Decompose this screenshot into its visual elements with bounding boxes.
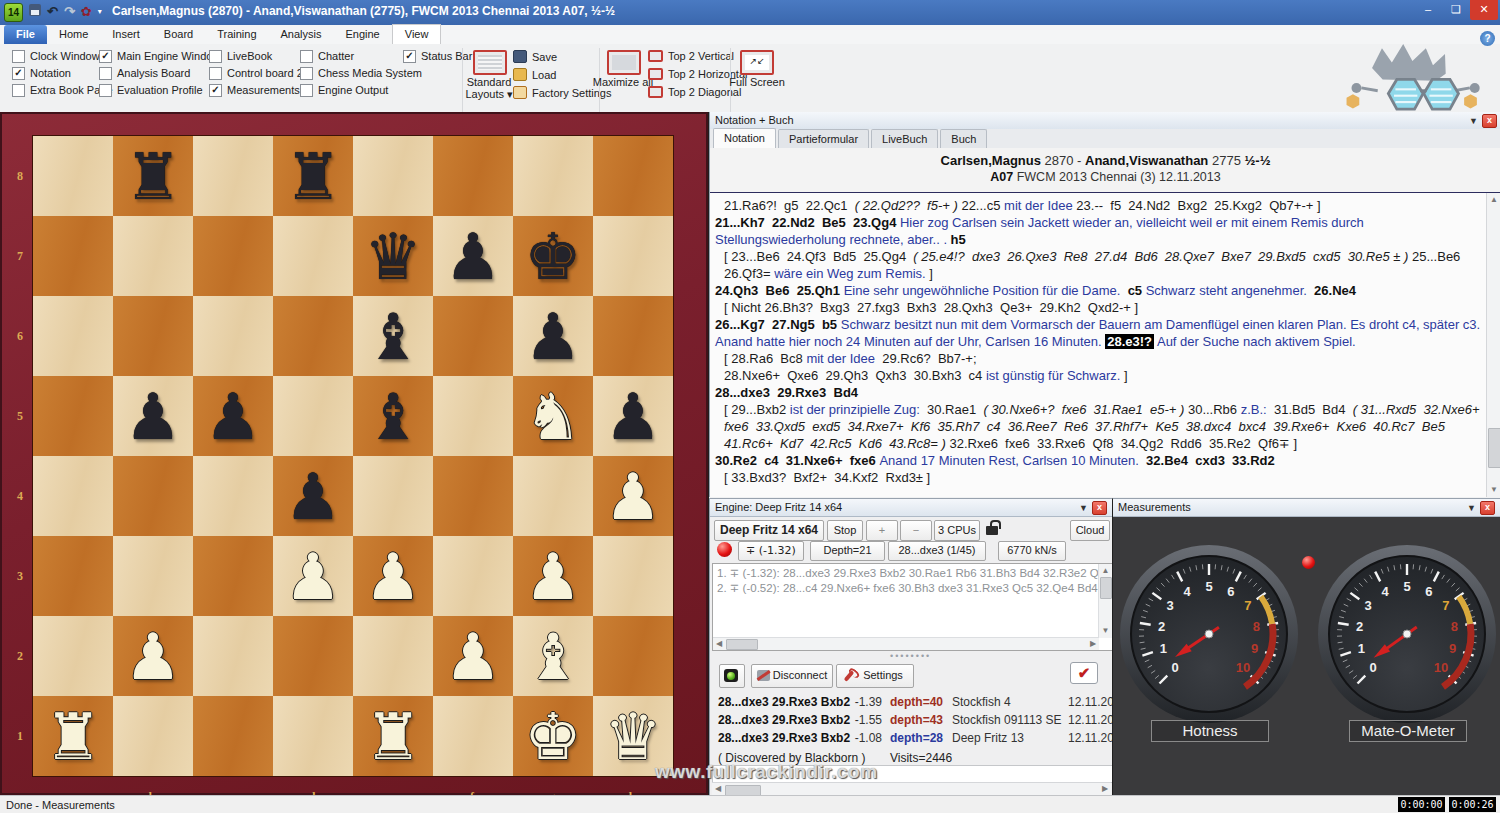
rank-label-4: 4	[13, 489, 27, 504]
text-segment: [ 29...Bxb2	[724, 402, 790, 417]
square-a8[interactable]	[33, 136, 113, 216]
tab-home[interactable]: Home	[47, 25, 100, 44]
square-e4[interactable]	[353, 456, 433, 536]
checkbox-label: Analysis Board	[117, 67, 190, 79]
current-move-button[interactable]: 28...dxe3 (1/45)	[888, 541, 986, 561]
text-segment: 2775	[1212, 153, 1241, 168]
tab-board[interactable]: Board	[152, 25, 205, 44]
svg-text:7: 7	[1442, 598, 1449, 613]
notation-line[interactable]: [ 28.Ra6 Bc8 mit der Idee 29.Rc6? Bb7-+;	[710, 350, 1487, 367]
tab-analysis[interactable]: Analysis	[269, 25, 334, 44]
checkbox-icon[interactable]	[300, 84, 313, 97]
lets-check-led-button[interactable]	[719, 664, 745, 688]
svg-text:2: 2	[1158, 619, 1165, 634]
square-h7[interactable]	[593, 216, 673, 296]
tab-insert[interactable]: Insert	[100, 25, 152, 44]
checkbox-extra-book-pane[interactable]: Extra Book Pane	[12, 84, 113, 96]
panel-dropdown-icon[interactable]: ▼	[1079, 503, 1088, 513]
text-segment: ist günstig für Schwarz.	[986, 368, 1124, 383]
notation-tab-buch[interactable]: Buch	[940, 129, 987, 148]
square-d8[interactable]: ♜	[273, 136, 353, 216]
checkbox-icon[interactable]	[99, 67, 112, 80]
square-h8[interactable]	[593, 136, 673, 216]
notation-line[interactable]: 26...Kg7 27.Ng5 b5 Schwarz besitzt nun m…	[710, 316, 1487, 350]
panel-dropdown-icon[interactable]: ▼	[1469, 116, 1478, 126]
rank-label-1: 1	[13, 729, 27, 744]
notation-line[interactable]: [ 23...Be6 24.Qf3 Bd5 25.Qg4 ( 25.e4!? d…	[710, 248, 1487, 282]
notation-tabs: NotationPartieformularLiveBuchBuch	[710, 129, 1500, 149]
top-2-diagonal-icon	[648, 86, 663, 98]
square-d6[interactable]	[273, 296, 353, 376]
lets-check-row[interactable]: 28...dxe3 29.Rxe3 Bxb2-1.39depth=40Stock…	[712, 695, 1111, 713]
square-f3[interactable]	[433, 536, 513, 616]
square-h3[interactable]	[593, 536, 673, 616]
checkbox-icon[interactable]: ✓	[12, 67, 25, 80]
square-e1[interactable]: ♜	[353, 696, 433, 776]
lc-move: 28...dxe3 29.Rxe3 Bxb2	[718, 695, 850, 709]
checkbox-icon[interactable]	[209, 67, 222, 80]
game-header-players: Carlsen,Magnus 2870 - Anand,Viswanathan …	[710, 153, 1500, 168]
gauge-label: Mate-O-Meter	[1349, 720, 1467, 742]
ribbon-tabs: FileHomeInsertBoardTrainingAnalysisEngin…	[0, 25, 1500, 45]
lc-eval: -1.55	[840, 713, 882, 727]
notation-line[interactable]: 30.Re2 c4 31.Nxe6+ fxe6 Anand 17 Minuten…	[710, 452, 1487, 469]
rank-label-7: 7	[13, 249, 27, 264]
black-queen-e7[interactable]: ♛	[353, 216, 433, 296]
square-g1[interactable]: ♚	[513, 696, 593, 776]
tab-training[interactable]: Training	[205, 25, 268, 44]
text-segment: ( 22.Qd2?? f5-+ )	[855, 198, 962, 213]
notation-line[interactable]: 21.Ra6?! g5 22.Qc1 ( 22.Qd2?? f5-+ ) 22.…	[710, 197, 1487, 214]
engine-output[interactable]: 1. ∓ (-1.32): 28...dxe3 29.Rxe3 Bxb2 30.…	[712, 563, 1113, 651]
checkbox-notation[interactable]: ✓Notation	[12, 67, 71, 79]
chess-board[interactable]: ♜♜♛♟♚♝♟♟♟♝♞♟♟♟♟♟♟♟♟♝♜♜♚♛	[32, 135, 674, 777]
measurements-led-icon	[1302, 556, 1315, 569]
svg-text:5: 5	[1403, 579, 1410, 594]
checkbox-label: Chatter	[318, 50, 354, 62]
white-pawn-d3[interactable]: ♟	[273, 536, 353, 616]
checkbox-label: Notation	[30, 67, 71, 79]
checkbox-icon[interactable]: ✓	[209, 84, 222, 97]
square-f2[interactable]: ♟	[433, 616, 513, 696]
depth-button[interactable]: Depth=21	[810, 541, 885, 561]
square-d4[interactable]: ♟	[273, 456, 353, 536]
white-king-g1[interactable]: ♚	[513, 696, 593, 776]
square-c7[interactable]	[193, 216, 273, 296]
square-h6[interactable]	[593, 296, 673, 376]
svg-text:9: 9	[1449, 641, 1456, 656]
stop-button[interactable]: Stop	[827, 520, 863, 541]
window-controls: – ❏ ✕	[1414, 0, 1498, 20]
text-segment: 26.Ne4	[1314, 283, 1356, 298]
square-h2[interactable]	[593, 616, 673, 696]
text-segment: 29.Rc6? Bb7-+;	[882, 351, 976, 366]
checkbox-chess-media-system[interactable]: Chess Media System	[300, 67, 422, 79]
text-segment: ]	[929, 266, 933, 281]
square-b3[interactable]	[113, 536, 193, 616]
checkbox-control-board-2d[interactable]: Control board 2D	[209, 67, 311, 79]
black-pawn-d4[interactable]: ♟	[273, 456, 353, 536]
cloud-button[interactable]: Cloud	[1070, 520, 1110, 541]
notation-text[interactable]: 21.Ra6?! g5 22.Qc1 ( 22.Qd2?? f5-+ ) 22.…	[710, 193, 1487, 497]
white-knight-g5[interactable]: ♞	[513, 376, 593, 456]
text-segment: 32.Rxe6 fxe6 33.Rxe6 Qf8 34.Qg2 Rdd6 35.…	[949, 436, 1297, 451]
checkbox-icon[interactable]	[12, 84, 25, 97]
text-segment: Auf der Suche nach aktivem Spiel.	[1154, 334, 1356, 349]
square-a7[interactable]	[33, 216, 113, 296]
text-segment: FWCM 2013 Chennai (3) 12.11.2013	[1013, 170, 1221, 184]
black-rook-b8[interactable]: ♜	[113, 136, 193, 216]
black-rook-d8[interactable]: ♜	[273, 136, 353, 216]
checkbox-analysis-board[interactable]: Analysis Board	[99, 67, 190, 79]
disconnect-icon	[757, 670, 770, 681]
checkbox-icon[interactable]	[209, 50, 222, 63]
white-rook-a1[interactable]: ♜	[33, 696, 113, 776]
notation-line[interactable]: [ Nicht 26.Bh3? Bxg3 27.fxg3 Bxh3 28.Qxh…	[710, 299, 1487, 316]
panel-close-icon[interactable]: x	[1092, 501, 1107, 515]
square-a2[interactable]	[33, 616, 113, 696]
square-g2[interactable]: ♝	[513, 616, 593, 696]
svg-text:8: 8	[1253, 619, 1260, 634]
text-segment: c5	[1128, 283, 1146, 298]
black-bishop-e6[interactable]: ♝	[353, 296, 433, 376]
square-e6[interactable]: ♝	[353, 296, 433, 376]
rank-label-3: 3	[13, 569, 27, 584]
text-segment: [ 23...Be6 24.Qf3 Bd5 25.Qg4	[724, 249, 913, 264]
checkbox-measurements[interactable]: ✓Measurements	[209, 84, 300, 96]
square-c2[interactable]	[193, 616, 273, 696]
green-led-icon	[727, 672, 735, 680]
checkbox-icon[interactable]: ✓	[403, 50, 416, 63]
square-g8[interactable]	[513, 136, 593, 216]
square-h4[interactable]: ♟	[593, 456, 673, 536]
text-segment: 21...Kh7 22.Nd2 Be5 23.Qg4	[715, 215, 900, 230]
square-c3[interactable]	[193, 536, 273, 616]
engine-line-2[interactable]: 2. ∓ (-0.52): 28...c4 29.Nxe6+ fxe6 30.B…	[713, 580, 1099, 595]
engine-panel: Engine: Deep Fritz 14 x64 ▼ x Deep Fritz…	[709, 498, 1113, 796]
square-b2[interactable]: ♟	[113, 616, 193, 696]
lc-engine: Stockfish 4	[952, 695, 1011, 709]
notation-tab-notation[interactable]: Notation	[713, 128, 776, 148]
text-segment: 28.Nxe6+ Qxe6 29.Qh3 Qxh3 30.Bxh3 c4	[724, 368, 986, 383]
svg-text:4: 4	[1184, 584, 1192, 599]
square-b4[interactable]	[113, 456, 193, 536]
engine-line-1[interactable]: 1. ∓ (-1.32): 28...dxe3 29.Rxe3 Bxb2 30.…	[713, 565, 1099, 580]
disconnect-button[interactable]: Disconnect	[751, 664, 833, 688]
square-e2[interactable]	[353, 616, 433, 696]
square-f6[interactable]	[433, 296, 513, 376]
lc-engine: Stockfish 091113 SE	[952, 713, 1062, 727]
text-segment: ½-½	[1241, 153, 1271, 168]
white-pawn-b2[interactable]: ♟	[113, 616, 193, 696]
black-pawn-c5[interactable]: ♟	[193, 376, 273, 456]
speed-button[interactable]: 6770 kN/s	[998, 541, 1066, 561]
checkbox-main-engine-window[interactable]: ✓Main Engine Window	[99, 50, 220, 62]
svg-text:10: 10	[1434, 660, 1448, 675]
checkbox-label: Evaluation Profile	[117, 84, 203, 96]
text-segment: 22...c5	[961, 198, 1004, 213]
white-pawn-g3[interactable]: ♟	[513, 536, 593, 616]
top-2-vertical-icon	[648, 50, 663, 62]
text-segment: mit der Idee	[806, 351, 882, 366]
layout-save-button[interactable]: Save	[513, 50, 557, 63]
svg-text:10: 10	[1236, 660, 1250, 675]
square-e8[interactable]	[353, 136, 433, 216]
square-f7[interactable]: ♟	[433, 216, 513, 296]
panel-close-icon[interactable]: x	[1482, 114, 1497, 128]
square-d2[interactable]	[273, 616, 353, 696]
checkbox-icon[interactable]	[300, 67, 313, 80]
text-segment: 2870	[1045, 153, 1074, 168]
notation-scrollbar[interactable]: ▲ ▼	[1486, 193, 1500, 497]
lc-eval: -1.39	[840, 695, 882, 709]
lc-engine: Deep Fritz 13	[952, 731, 1024, 745]
text-segment: ]	[1124, 368, 1128, 383]
square-d7[interactable]	[273, 216, 353, 296]
square-b1[interactable]	[113, 696, 193, 776]
notation-line[interactable]: 21...Kh7 22.Nd2 Be5 23.Qg4 Hier zog Carl…	[710, 214, 1487, 248]
text-segment: 32.Be4 cxd3 33.Rd2	[1146, 453, 1275, 468]
text-segment: 23.-- f5 24.Nd2 Bxg2 25.Kxg2 Qb7+-+ ]	[1076, 198, 1320, 213]
checkbox-evaluation-profile[interactable]: Evaluation Profile	[99, 84, 203, 96]
square-e3[interactable]: ♟	[353, 536, 433, 616]
engine-output-hscroll[interactable]: ◀ ▶	[713, 637, 1099, 650]
square-f4[interactable]	[433, 456, 513, 536]
square-c1[interactable]	[193, 696, 273, 776]
game-header-event: A07 FWCM 2013 Chennai (3) 12.11.2013	[710, 170, 1500, 184]
deep-fritz-window: 14 ↶ ↷ ✿ ▾ Carlsen,Magnus (2870) - Anand…	[0, 0, 1500, 813]
square-f1[interactable]	[433, 696, 513, 776]
square-b5[interactable]: ♟	[113, 376, 193, 456]
checkbox-livebook[interactable]: LiveBook	[209, 50, 272, 62]
black-pawn-b5[interactable]: ♟	[113, 376, 193, 456]
svg-text:4: 4	[1382, 584, 1390, 599]
top-2-horizontal-icon	[648, 68, 663, 80]
square-c8[interactable]	[193, 136, 273, 216]
scroll-up-icon[interactable]: ▲	[1487, 193, 1500, 207]
text-segment: Anand,Viswanathan	[1085, 153, 1212, 168]
checkbox-engine-output[interactable]: Engine Output	[300, 84, 388, 96]
lc-move: 28...dxe3 29.Rxe3 Bxb2	[718, 713, 850, 727]
lc-move: 28...dxe3 29.Rxe3 Bxb2	[718, 731, 850, 745]
checkbox-icon[interactable]	[99, 84, 112, 97]
notation-line[interactable]: 28...dxe3 29.Rxe3 Bd4	[710, 384, 1487, 401]
text-segment: Schwarz steht angenehmer.	[1146, 283, 1314, 298]
square-b6[interactable]	[113, 296, 193, 376]
checkbox-label: Main Engine Window	[117, 50, 220, 62]
tab-file[interactable]: File	[4, 25, 47, 44]
panel-close-icon[interactable]: x	[1480, 501, 1495, 515]
text-segment: 21.Ra6?! g5 22.Qc1	[724, 198, 855, 213]
square-c4[interactable]	[193, 456, 273, 536]
lc-depth: depth=43	[890, 713, 943, 727]
svg-text:6: 6	[1425, 584, 1432, 599]
remove-line-button[interactable]: −	[900, 520, 932, 541]
watermark: www.fullcrackindir.com	[655, 761, 878, 783]
checkbox-chatter[interactable]: Chatter	[300, 50, 354, 62]
close-button[interactable]: ✕	[1470, 0, 1498, 20]
engine-lines: 1. ∓ (-1.32): 28...dxe3 29.Rxe3 Bxb2 30.…	[713, 565, 1099, 595]
evaluation-button[interactable]: ∓ (-1.32)	[738, 541, 804, 561]
rank-label-6: 6	[13, 329, 27, 344]
minimize-button[interactable]: –	[1414, 0, 1442, 20]
lc-eval: -1.08	[840, 731, 882, 745]
black-bishop-e5[interactable]: ♝	[353, 376, 433, 456]
square-e7[interactable]: ♛	[353, 216, 433, 296]
lets-check-verify-icon[interactable]: ✔	[1070, 662, 1098, 684]
lets-check-row[interactable]: 28...dxe3 29.Rxe3 Bxb2-1.08depth=28Deep …	[712, 731, 1111, 749]
engine-panel-controls: ▼ x	[1079, 501, 1107, 515]
measurements-panel-controls: ▼ x	[1467, 501, 1495, 515]
square-a3[interactable]	[33, 536, 113, 616]
text-segment: mit der Idee	[1004, 198, 1076, 213]
text-segment: 30.Rae1	[927, 402, 983, 417]
clock-white: 0:00:00	[1398, 797, 1445, 812]
square-d3[interactable]: ♟	[273, 536, 353, 616]
square-a4[interactable]	[33, 456, 113, 536]
tab-view[interactable]: View	[392, 24, 442, 44]
square-a1[interactable]: ♜	[33, 696, 113, 776]
checkbox-icon[interactable]: ✓	[99, 50, 112, 63]
square-g5[interactable]: ♞	[513, 376, 593, 456]
checkbox-label: Measurements	[227, 84, 300, 96]
settings-wrench-icon	[844, 670, 855, 682]
checkbox-icon[interactable]	[300, 50, 313, 63]
chessbase-badge-icon[interactable]: ✿	[81, 4, 92, 20]
white-pawn-e3[interactable]: ♟	[353, 536, 433, 616]
gauge-dial: 012345678910	[1316, 543, 1498, 725]
text-segment: ist der prinzipielle Zug:	[790, 402, 927, 417]
add-line-button[interactable]: +	[866, 520, 898, 541]
notation-line[interactable]: [ 29...Bxb2 ist der prinzipielle Zug: 30…	[710, 401, 1487, 452]
redo-icon[interactable]: ↷	[64, 4, 75, 20]
text-segment: 30...Rb6	[1188, 402, 1241, 417]
chess-board-panel: ♜♜♛♟♚♝♟♟♟♝♞♟♟♟♟♟♟♟♟♝♜♜♚♛ 87654321 abcdef…	[0, 112, 709, 795]
lets-check-row[interactable]: 28...dxe3 29.Rxe3 Bxb2-1.55depth=43Stock…	[712, 713, 1111, 731]
white-pawn-h4[interactable]: ♟	[593, 456, 673, 536]
black-pawn-h5[interactable]: ♟	[593, 376, 673, 456]
checkbox-icon[interactable]	[12, 50, 25, 63]
square-b8[interactable]: ♜	[113, 136, 193, 216]
text-segment: -	[1073, 153, 1085, 168]
engine-panel-title[interactable]: Engine: Deep Fritz 14 x64	[710, 499, 1113, 517]
notation-tab-partieformular[interactable]: Partieformular	[778, 129, 869, 148]
rank-label-2: 2	[13, 649, 27, 664]
notation-panel-title[interactable]: Notation + Buch	[710, 112, 1500, 130]
square-g7[interactable]: ♚	[513, 216, 593, 296]
gauge-mate-o-meter: 012345678910	[1316, 543, 1498, 725]
square-a5[interactable]	[33, 376, 113, 456]
square-c5[interactable]: ♟	[193, 376, 273, 456]
panel-dropdown-icon[interactable]: ▼	[1467, 503, 1476, 513]
lc-depth: depth=28	[890, 731, 943, 745]
splitter-handle[interactable]: ••••••••	[890, 654, 931, 658]
svg-text:3: 3	[1167, 598, 1174, 613]
notation-tab-livebuch[interactable]: LiveBuch	[871, 129, 938, 148]
undo-icon[interactable]: ↶	[47, 4, 58, 20]
save-layout-icon	[513, 50, 527, 63]
white-bishop-g2[interactable]: ♝	[513, 616, 593, 696]
rank-label-5: 5	[13, 409, 27, 424]
notation-line[interactable]: [ 33.Bxd3? Bxf2+ 34.Kxf2 Rxd3± ]	[710, 469, 1487, 486]
notation-line[interactable]: 24.Qh3 Be6 25.Qh1 Eine sehr ungewöhnlich…	[710, 282, 1487, 299]
clock-black: 0:00:26	[1449, 797, 1496, 812]
top-2-vertical-button[interactable]: Top 2 Vertical	[648, 50, 734, 62]
save-icon[interactable]	[29, 4, 41, 20]
lc-depth: depth=40	[890, 695, 943, 709]
text-segment: Eine sehr ungewöhnliche Position für die…	[844, 283, 1128, 298]
text-segment: 30.Re2 c4 31.Nxe6+ fxe6	[715, 453, 879, 468]
checkbox-clock-window[interactable]: Clock Window	[12, 50, 100, 62]
measurements-panel-title[interactable]: Measurements	[1113, 499, 1500, 517]
status-text: Done - Measurements	[6, 799, 115, 811]
checkbox-label: Clock Window	[30, 50, 100, 62]
layout-load-button[interactable]: Load	[513, 68, 556, 81]
svg-text:2: 2	[1356, 619, 1363, 634]
square-d1[interactable]	[273, 696, 353, 776]
engine-output-vscroll[interactable]: ▲ ▼	[1098, 564, 1112, 638]
tab-engine[interactable]: Engine	[333, 25, 391, 44]
qat-dropdown-icon[interactable]: ▾	[98, 4, 102, 20]
cpus-button[interactable]: 3 CPUs	[934, 520, 980, 541]
square-g4[interactable]	[513, 456, 593, 536]
factory-settings-icon	[513, 86, 527, 99]
svg-text:3: 3	[1365, 598, 1372, 613]
notation-line[interactable]: 28.Nxe6+ Qxe6 29.Qh3 Qxh3 30.Bxh3 c4 ist…	[710, 367, 1487, 384]
lets-check-hscroll[interactable]: ◀ ▶	[712, 782, 1111, 796]
text-segment: Anand 17 Minuten Rest, Carlsen 10 Minute…	[879, 453, 1146, 468]
square-c6[interactable]	[193, 296, 273, 376]
text-segment: 26...Kg7 27.Ng5 b5	[715, 317, 841, 332]
full-screen-icon: ↗↙	[740, 50, 774, 75]
gauge-dial: 012345678910	[1118, 543, 1300, 725]
square-h5[interactable]: ♟	[593, 376, 673, 456]
engine-name-button[interactable]: Deep Fritz 14 x64	[714, 520, 824, 541]
square-d5[interactable]	[273, 376, 353, 456]
svg-text:8: 8	[1451, 619, 1458, 634]
text-segment: A07	[990, 170, 1013, 184]
black-pawn-f7[interactable]: ♟	[433, 216, 513, 296]
square-g3[interactable]: ♟	[513, 536, 593, 616]
scroll-down-icon[interactable]: ▼	[1487, 483, 1500, 497]
window-title: Carlsen,Magnus (2870) - Anand,Viswanatha…	[112, 4, 615, 18]
checkbox-label: Engine Output	[318, 84, 388, 96]
square-b7[interactable]	[113, 216, 193, 296]
square-f5[interactable]	[433, 376, 513, 456]
square-g6[interactable]: ♟	[513, 296, 593, 376]
text-segment: 31.Bd5 Bd4	[1274, 402, 1353, 417]
square-a6[interactable]	[33, 296, 113, 376]
maximize-button[interactable]: ❏	[1442, 0, 1470, 20]
square-f8[interactable]	[433, 136, 513, 216]
text-segment: [ Nicht 26.Bh3? Bxg3 27.fxg3 Bxh3 28.Qxh…	[724, 300, 1138, 315]
checkbox-label: Status Bar	[421, 50, 472, 62]
black-king-g7[interactable]: ♚	[513, 216, 593, 296]
white-pawn-f2[interactable]: ♟	[433, 616, 513, 696]
help-icon[interactable]: ?	[1480, 31, 1495, 46]
white-rook-e1[interactable]: ♜	[353, 696, 433, 776]
settings-button[interactable]: Settings	[836, 664, 914, 688]
svg-text:0: 0	[1369, 660, 1376, 675]
black-pawn-g6[interactable]: ♟	[513, 296, 593, 376]
text-segment: 28...dxe3 29.Rxe3 Bd4	[715, 385, 858, 400]
scroll-thumb[interactable]	[1488, 428, 1500, 468]
text-segment: h5	[951, 232, 966, 247]
square-e5[interactable]: ♝	[353, 376, 433, 456]
lock-icon[interactable]	[986, 526, 998, 535]
svg-text:0: 0	[1171, 660, 1178, 675]
text-segment: ( 25.e4!? dxe3 26.Qxe3 Re8 27.d4 Bd6 28.…	[913, 249, 1412, 264]
